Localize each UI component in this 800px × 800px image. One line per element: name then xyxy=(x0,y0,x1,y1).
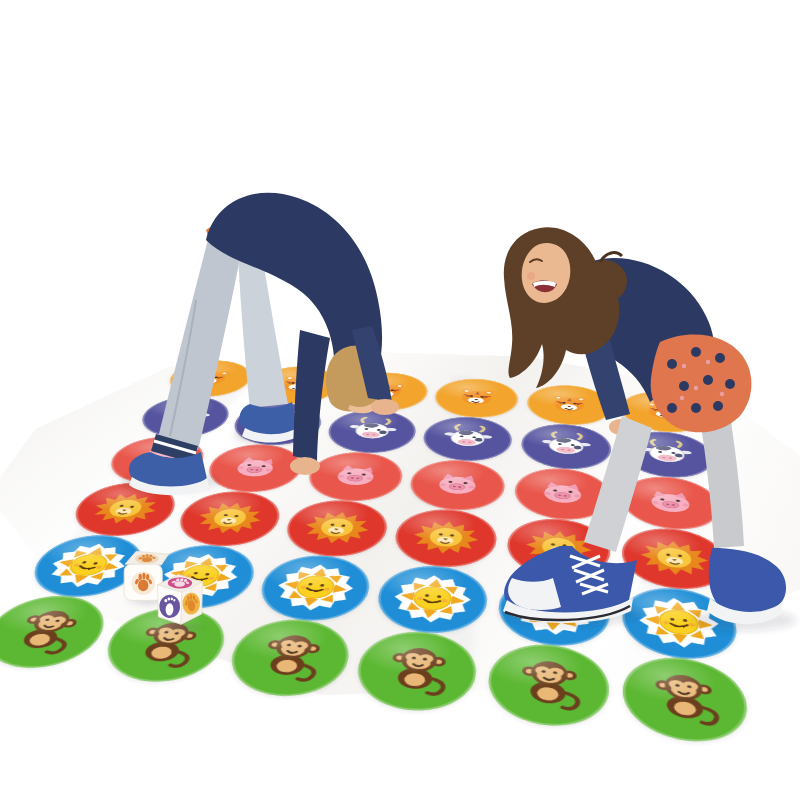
girl-player xyxy=(503,227,786,624)
girl-shorts xyxy=(651,334,752,432)
girl-back-leg-sock xyxy=(700,416,744,548)
boy-far-hand xyxy=(290,457,320,475)
contact-shadows xyxy=(122,428,796,631)
die-2[interactable] xyxy=(150,568,210,628)
girl-back-shoe xyxy=(709,548,786,615)
girl-cheek xyxy=(527,272,535,280)
players-layer xyxy=(0,0,800,800)
scene xyxy=(0,0,800,800)
girl-front-leg-sock xyxy=(584,416,652,552)
boy-far-arm xyxy=(293,330,330,462)
boy-back-leg-jeans xyxy=(158,232,240,450)
boy-near-hand xyxy=(371,399,399,415)
boy-player xyxy=(129,193,399,495)
